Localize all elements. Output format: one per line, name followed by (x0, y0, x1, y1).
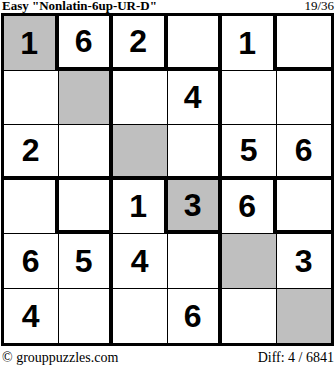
header: Easy "Nonlatin-6up-UR-D" 19/36 (2, 0, 334, 12)
grid-cell-given: 1 (113, 180, 168, 235)
grid-cell-empty[interactable] (113, 289, 168, 344)
grid-cell-empty[interactable] (59, 180, 114, 235)
grid-cell-given: 1 (222, 16, 277, 71)
difficulty-text: Diff: 4 / 6841 (258, 350, 334, 366)
grid-cell-empty[interactable] (222, 71, 277, 126)
grid-cell-empty[interactable] (59, 289, 114, 344)
grid-cell-empty[interactable] (4, 180, 59, 235)
grid-cell-empty[interactable] (222, 234, 277, 289)
grid-cell-empty[interactable] (168, 234, 223, 289)
grid-cell-empty[interactable] (277, 289, 332, 344)
grid-cell-empty[interactable] (59, 125, 114, 180)
grid-cell-given: 6 (277, 125, 332, 180)
grid-cell-given: 6 (59, 16, 114, 71)
progress-counter: 19/36 (304, 0, 334, 12)
grid-cell-empty[interactable] (222, 289, 277, 344)
grid-cell-given: 6 (4, 234, 59, 289)
grid-cell-given: 3 (168, 180, 223, 235)
grid-cell-given: 4 (113, 234, 168, 289)
grid-cell-given: 6 (222, 180, 277, 235)
grid-cell-given: 4 (4, 289, 59, 344)
puzzle-title: Easy "Nonlatin-6up-UR-D" (2, 0, 157, 12)
grid-cell-empty[interactable] (168, 125, 223, 180)
grid-cell-empty[interactable] (277, 180, 332, 235)
grid-cell-empty[interactable] (277, 16, 332, 71)
grid-cell-empty[interactable] (4, 71, 59, 126)
grid-cell-given: 5 (59, 234, 114, 289)
grid-cell-given: 5 (222, 125, 277, 180)
puzzle-grid: 16214256136654346 (1, 13, 334, 346)
grid-cell-given: 2 (4, 125, 59, 180)
copyright-text: © grouppuzzles.com (2, 350, 118, 366)
grid-cell-given: 4 (168, 71, 223, 126)
grid-cell-given: 3 (277, 234, 332, 289)
grid-cell-empty[interactable] (277, 71, 332, 126)
footer: © grouppuzzles.com Diff: 4 / 6841 (2, 348, 334, 368)
grid-cell-given: 2 (113, 16, 168, 71)
grid-cell-empty[interactable] (168, 16, 223, 71)
grid-cell-given: 1 (4, 16, 59, 71)
grid-cell-empty[interactable] (59, 71, 114, 126)
grid-cell-empty[interactable] (113, 71, 168, 126)
grid-cell-empty[interactable] (113, 125, 168, 180)
grid-cell-given: 6 (168, 289, 223, 344)
